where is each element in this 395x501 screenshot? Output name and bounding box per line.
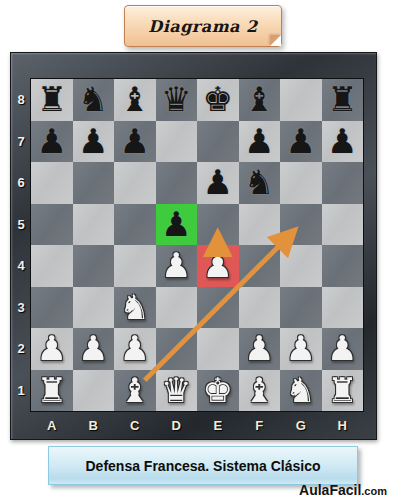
square-a3[interactable] bbox=[31, 287, 73, 329]
rank-label-6: 6 bbox=[11, 162, 31, 204]
square-g8[interactable] bbox=[280, 79, 322, 121]
piece-black-q-d8[interactable]: ♛ bbox=[161, 79, 191, 121]
piece-black-n-b8[interactable]: ♞ bbox=[78, 79, 108, 121]
square-d4[interactable]: ♟ bbox=[156, 245, 198, 287]
square-f7[interactable]: ♟ bbox=[239, 121, 281, 163]
piece-black-b-f8[interactable]: ♝ bbox=[244, 79, 274, 121]
file-label-D: D bbox=[156, 411, 198, 439]
square-d5[interactable]: ♟ bbox=[156, 204, 198, 246]
piece-white-n-c3[interactable]: ♞ bbox=[120, 287, 150, 329]
square-a7[interactable]: ♟ bbox=[31, 121, 73, 163]
file-label-H: H bbox=[322, 411, 364, 439]
square-e4[interactable]: ♟ bbox=[197, 245, 239, 287]
page: Diagrama 2 87654321 ♜♞♝♛♚♝♜♟♟♟♟♟♟♟♞♟♟♟♞♟… bbox=[0, 0, 395, 501]
square-a8[interactable]: ♜ bbox=[31, 79, 73, 121]
rank-label-7: 7 bbox=[11, 121, 31, 163]
piece-white-r-h1[interactable]: ♜ bbox=[327, 370, 357, 412]
square-e1[interactable]: ♚ bbox=[197, 370, 239, 412]
square-e5[interactable] bbox=[197, 204, 239, 246]
rank-label-5: 5 bbox=[11, 204, 31, 246]
square-b5[interactable] bbox=[73, 204, 115, 246]
rank-label-8: 8 bbox=[11, 79, 31, 121]
piece-white-p-f2[interactable]: ♟ bbox=[244, 328, 274, 370]
piece-black-r-a8[interactable]: ♜ bbox=[37, 79, 67, 121]
square-c8[interactable]: ♝ bbox=[114, 79, 156, 121]
square-c3[interactable]: ♞ bbox=[114, 287, 156, 329]
square-b7[interactable]: ♟ bbox=[73, 121, 115, 163]
square-c4[interactable] bbox=[114, 245, 156, 287]
square-g6[interactable] bbox=[280, 162, 322, 204]
piece-black-n-f6[interactable]: ♞ bbox=[244, 162, 274, 204]
piece-black-p-f7[interactable]: ♟ bbox=[244, 121, 274, 163]
piece-black-p-d5[interactable]: ♟ bbox=[161, 204, 191, 246]
piece-white-b-f1[interactable]: ♝ bbox=[244, 370, 274, 412]
square-h1[interactable]: ♜ bbox=[322, 370, 364, 412]
caption-box: Defensa Francesa. Sistema Clásico bbox=[48, 446, 358, 485]
square-e7[interactable] bbox=[197, 121, 239, 163]
piece-white-p-c2[interactable]: ♟ bbox=[120, 328, 150, 370]
square-h4[interactable] bbox=[322, 245, 364, 287]
square-f1[interactable]: ♝ bbox=[239, 370, 281, 412]
square-b6[interactable] bbox=[73, 162, 115, 204]
piece-white-p-h2[interactable]: ♟ bbox=[327, 328, 357, 370]
square-c6[interactable] bbox=[114, 162, 156, 204]
rank-label-2: 2 bbox=[11, 328, 31, 370]
brand-suffix: .com bbox=[361, 485, 387, 497]
square-c5[interactable] bbox=[114, 204, 156, 246]
file-label-C: C bbox=[114, 411, 156, 439]
rank-label-3: 3 bbox=[11, 287, 31, 329]
square-d1[interactable]: ♛ bbox=[156, 370, 198, 412]
square-g1[interactable]: ♞ bbox=[280, 370, 322, 412]
square-d6[interactable] bbox=[156, 162, 198, 204]
square-e3[interactable] bbox=[197, 287, 239, 329]
piece-white-p-e4[interactable]: ♟ bbox=[203, 245, 233, 287]
square-e2[interactable] bbox=[197, 328, 239, 370]
diagram-title: Diagrama 2 bbox=[148, 17, 257, 36]
square-d8[interactable]: ♛ bbox=[156, 79, 198, 121]
diagram-title-banner: Diagrama 2 bbox=[124, 5, 282, 47]
piece-black-r-h8[interactable]: ♜ bbox=[327, 79, 357, 121]
banner-fold-corner-icon bbox=[270, 35, 281, 46]
square-d2[interactable] bbox=[156, 328, 198, 370]
square-g5[interactable] bbox=[280, 204, 322, 246]
square-d7[interactable] bbox=[156, 121, 198, 163]
file-label-B: B bbox=[73, 411, 115, 439]
piece-white-p-b2[interactable]: ♟ bbox=[78, 328, 108, 370]
piece-black-b-c8[interactable]: ♝ bbox=[120, 79, 150, 121]
square-a5[interactable] bbox=[31, 204, 73, 246]
square-g2[interactable]: ♟ bbox=[280, 328, 322, 370]
square-h6[interactable] bbox=[322, 162, 364, 204]
square-b1[interactable] bbox=[73, 370, 115, 412]
piece-white-n-g1[interactable]: ♞ bbox=[286, 370, 316, 412]
piece-black-k-e8[interactable]: ♚ bbox=[203, 79, 233, 121]
square-a4[interactable] bbox=[31, 245, 73, 287]
brand-watermark: AulaFacil .com bbox=[299, 482, 387, 498]
square-h8[interactable]: ♜ bbox=[322, 79, 364, 121]
piece-black-p-e6[interactable]: ♟ bbox=[203, 162, 233, 204]
square-g7[interactable]: ♟ bbox=[280, 121, 322, 163]
piece-white-p-a2[interactable]: ♟ bbox=[37, 328, 67, 370]
square-f6[interactable]: ♞ bbox=[239, 162, 281, 204]
piece-black-p-c7[interactable]: ♟ bbox=[120, 121, 150, 163]
file-label-G: G bbox=[280, 411, 322, 439]
square-b2[interactable]: ♟ bbox=[73, 328, 115, 370]
rank-label-4: 4 bbox=[11, 245, 31, 287]
piece-black-p-b7[interactable]: ♟ bbox=[78, 121, 108, 163]
piece-white-b-c1[interactable]: ♝ bbox=[120, 370, 150, 412]
square-b8[interactable]: ♞ bbox=[73, 79, 115, 121]
piece-white-r-a1[interactable]: ♜ bbox=[37, 370, 67, 412]
file-label-E: E bbox=[197, 411, 239, 439]
square-h5[interactable] bbox=[322, 204, 364, 246]
rank-label-1: 1 bbox=[11, 370, 31, 412]
chess-board: ♜♞♝♛♚♝♜♟♟♟♟♟♟♟♞♟♟♟♞♟♟♟♟♟♟♜♝♛♚♝♞♜ bbox=[31, 79, 363, 411]
square-f2[interactable]: ♟ bbox=[239, 328, 281, 370]
square-c1[interactable]: ♝ bbox=[114, 370, 156, 412]
square-a2[interactable]: ♟ bbox=[31, 328, 73, 370]
piece-black-p-h7[interactable]: ♟ bbox=[327, 121, 357, 163]
square-d3[interactable] bbox=[156, 287, 198, 329]
square-f4[interactable] bbox=[239, 245, 281, 287]
square-g4[interactable] bbox=[280, 245, 322, 287]
square-a1[interactable]: ♜ bbox=[31, 370, 73, 412]
piece-white-p-g2[interactable]: ♟ bbox=[286, 328, 316, 370]
file-label-F: F bbox=[239, 411, 281, 439]
caption-text: Defensa Francesa. Sistema Clásico bbox=[85, 458, 320, 474]
square-f3[interactable] bbox=[239, 287, 281, 329]
piece-white-p-d4[interactable]: ♟ bbox=[161, 245, 191, 287]
brand-name: AulaFacil bbox=[299, 482, 361, 498]
square-e6[interactable]: ♟ bbox=[197, 162, 239, 204]
square-c2[interactable]: ♟ bbox=[114, 328, 156, 370]
square-h3[interactable] bbox=[322, 287, 364, 329]
square-e8[interactable]: ♚ bbox=[197, 79, 239, 121]
square-b4[interactable] bbox=[73, 245, 115, 287]
rank-labels: 87654321 bbox=[11, 79, 31, 411]
square-c7[interactable]: ♟ bbox=[114, 121, 156, 163]
square-g3[interactable] bbox=[280, 287, 322, 329]
square-h7[interactable]: ♟ bbox=[322, 121, 364, 163]
piece-black-p-g7[interactable]: ♟ bbox=[286, 121, 316, 163]
square-b3[interactable] bbox=[73, 287, 115, 329]
square-a6[interactable] bbox=[31, 162, 73, 204]
file-labels: ABCDEFGH bbox=[31, 411, 363, 439]
square-h2[interactable]: ♟ bbox=[322, 328, 364, 370]
piece-white-q-d1[interactable]: ♛ bbox=[161, 370, 191, 412]
piece-white-k-e1[interactable]: ♚ bbox=[203, 370, 233, 412]
file-label-A: A bbox=[31, 411, 73, 439]
piece-black-p-a7[interactable]: ♟ bbox=[37, 121, 67, 163]
chess-board-frame: 87654321 ♜♞♝♛♚♝♜♟♟♟♟♟♟♟♞♟♟♟♞♟♟♟♟♟♟♜♝♛♚♝♞… bbox=[10, 52, 377, 440]
square-f8[interactable]: ♝ bbox=[239, 79, 281, 121]
square-f5[interactable] bbox=[239, 204, 281, 246]
